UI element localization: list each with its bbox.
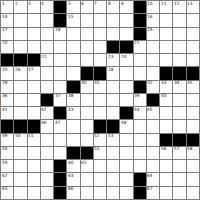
grid-cell[interactable]: 41 [1, 107, 13, 119]
grid-cell[interactable] [41, 14, 53, 26]
grid-cell[interactable] [94, 94, 106, 106]
grid-cell[interactable] [160, 54, 172, 66]
grid-cell[interactable] [107, 160, 119, 172]
grid-cell[interactable]: 9 [120, 1, 132, 13]
black-cell [54, 187, 66, 199]
black-cell [54, 160, 66, 172]
grid-cell[interactable]: 26 [14, 67, 26, 79]
grid-cell[interactable] [187, 120, 199, 132]
grid-cell[interactable]: 19 [147, 28, 159, 40]
grid-cell[interactable] [28, 173, 40, 185]
grid-cell[interactable] [14, 94, 26, 106]
black-cell [160, 67, 172, 79]
grid-cell[interactable]: 44 [134, 107, 146, 119]
grid-cell[interactable]: 54 [1, 147, 13, 159]
black-cell [28, 54, 40, 66]
clue-number: 25 [2, 67, 8, 72]
grid-cell[interactable] [160, 14, 172, 26]
grid-cell[interactable] [67, 120, 79, 132]
clue-number: 21 [134, 40, 140, 45]
black-cell [134, 187, 146, 199]
grid-cell[interactable] [187, 28, 199, 40]
grid-cell[interactable] [81, 28, 93, 40]
grid-cell[interactable]: 21 [134, 41, 146, 53]
grid-cell[interactable]: 35 [187, 81, 199, 93]
clue-number: 65 [2, 186, 8, 191]
grid-cell[interactable] [173, 28, 185, 40]
grid-cell[interactable]: 25 [1, 67, 13, 79]
grid-cell[interactable]: 22 [41, 54, 53, 66]
grid-cell[interactable] [120, 14, 132, 26]
grid-cell[interactable] [187, 107, 199, 119]
clue-number: 2 [15, 1, 18, 6]
clue-number: 36 [2, 93, 8, 98]
grid-cell[interactable]: 12 [173, 1, 185, 13]
grid-cell[interactable] [54, 41, 66, 53]
black-cell [67, 81, 79, 93]
black-cell [160, 134, 172, 146]
grid-cell[interactable] [120, 67, 132, 79]
grid-cell[interactable] [160, 187, 172, 199]
grid-cell[interactable]: 60 [67, 160, 79, 172]
grid-cell[interactable] [107, 107, 119, 119]
grid-cell[interactable] [173, 160, 185, 172]
clue-number: 20 [2, 40, 8, 45]
grid-cell[interactable] [54, 81, 66, 93]
clue-number: 60 [68, 160, 74, 165]
clue-number: 45 [147, 107, 153, 112]
clue-number: 40 [161, 93, 167, 98]
grid-cell[interactable]: 18 [54, 28, 66, 40]
clue-number: 41 [2, 107, 8, 112]
grid-cell[interactable] [41, 67, 53, 79]
grid-cell[interactable] [147, 160, 159, 172]
black-cell [94, 67, 106, 79]
grid-cell[interactable] [187, 187, 199, 199]
grid-cell[interactable] [94, 187, 106, 199]
clue-number: 54 [2, 146, 8, 151]
grid-cell[interactable]: 39 [134, 94, 146, 106]
grid-cell[interactable] [187, 94, 199, 106]
grid-cell[interactable] [41, 160, 53, 172]
grid-cell[interactable]: 6 [81, 1, 93, 13]
grid-cell[interactable]: 31 [94, 81, 106, 93]
black-cell [134, 173, 146, 185]
grid-cell[interactable]: 17 [1, 28, 13, 40]
clue-number: 12 [174, 1, 180, 6]
black-cell [81, 67, 93, 79]
grid-cell[interactable]: 33 [160, 81, 172, 93]
grid-cell[interactable] [28, 147, 40, 159]
grid-cell[interactable] [14, 107, 26, 119]
grid-cell[interactable] [187, 14, 199, 26]
grid-cell[interactable] [107, 81, 119, 93]
grid-cell[interactable] [160, 41, 172, 53]
grid-cell[interactable] [120, 187, 132, 199]
grid-cell[interactable] [28, 160, 40, 172]
crossword-grid: 1234567891011121314151617181920212223242… [0, 0, 200, 200]
grid-cell[interactable] [54, 67, 66, 79]
clue-number: 14 [2, 14, 8, 19]
grid-cell[interactable] [187, 160, 199, 172]
clue-number: 32 [147, 80, 153, 85]
black-cell [54, 107, 66, 119]
grid-cell[interactable] [107, 187, 119, 199]
black-cell [41, 94, 53, 106]
grid-cell[interactable]: 36 [1, 94, 13, 106]
clue-number: 44 [134, 107, 140, 112]
clue-number: 30 [81, 80, 87, 85]
black-cell [107, 41, 119, 53]
clue-number: 50 [15, 133, 21, 138]
grid-cell[interactable] [173, 94, 185, 106]
grid-cell[interactable]: 30 [81, 81, 93, 93]
grid-cell[interactable]: 40 [160, 94, 172, 106]
grid-cell[interactable]: 46 [41, 120, 53, 132]
grid-cell[interactable] [41, 41, 53, 53]
clue-number: 22 [41, 54, 47, 59]
grid-cell[interactable] [147, 67, 159, 79]
grid-cell[interactable] [94, 41, 106, 53]
clue-number: 48 [121, 120, 127, 125]
clue-number: 3 [28, 1, 31, 6]
black-cell [54, 14, 66, 26]
clue-number: 42 [41, 107, 47, 112]
black-cell [134, 14, 146, 26]
clue-number: 38 [68, 93, 74, 98]
grid-cell[interactable]: 52 [94, 134, 106, 146]
grid-cell[interactable] [14, 160, 26, 172]
grid-cell[interactable]: 63 [67, 173, 79, 185]
grid-cell[interactable]: 32 [147, 81, 159, 93]
grid-cell[interactable] [173, 173, 185, 185]
grid-cell[interactable] [134, 134, 146, 146]
grid-cell[interactable]: 67 [147, 187, 159, 199]
grid-cell[interactable] [81, 14, 93, 26]
grid-cell[interactable] [41, 81, 53, 93]
black-cell [187, 67, 199, 79]
grid-cell[interactable] [173, 14, 185, 26]
grid-cell[interactable]: 27 [28, 67, 40, 79]
grid-cell[interactable]: 29 [1, 81, 13, 93]
grid-cell[interactable] [173, 187, 185, 199]
black-cell [67, 147, 79, 159]
clue-number: 5 [68, 1, 71, 6]
clue-number: 37 [55, 93, 61, 98]
grid-cell[interactable]: 23 [107, 54, 119, 66]
grid-cell[interactable] [67, 67, 79, 79]
grid-cell[interactable]: 15 [67, 14, 79, 26]
clue-number: 66 [68, 186, 74, 191]
clue-number: 53 [108, 133, 114, 138]
clue-number: 27 [28, 67, 34, 72]
grid-cell[interactable] [120, 147, 132, 159]
grid-cell[interactable] [120, 28, 132, 40]
clue-number: 16 [147, 14, 153, 19]
grid-cell[interactable] [94, 160, 106, 172]
black-cell [173, 134, 185, 146]
grid-cell[interactable] [173, 54, 185, 66]
clue-number: 1 [2, 1, 5, 6]
grid-cell[interactable] [14, 81, 26, 93]
grid-cell[interactable] [81, 54, 93, 66]
grid-cell[interactable]: 24 [120, 54, 132, 66]
grid-cell[interactable] [28, 81, 40, 93]
clue-number: 10 [147, 1, 153, 6]
grid-cell[interactable]: 45 [147, 107, 159, 119]
grid-cell[interactable] [94, 107, 106, 119]
grid-cell[interactable] [147, 54, 159, 66]
clue-number: 46 [41, 120, 47, 125]
black-cell [1, 120, 13, 132]
grid-cell[interactable]: 55 [94, 147, 106, 159]
grid-cell[interactable] [28, 14, 40, 26]
grid-cell[interactable] [173, 120, 185, 132]
grid-cell[interactable] [147, 147, 159, 159]
clue-number: 59 [2, 160, 8, 165]
grid-cell[interactable] [120, 134, 132, 146]
grid-cell[interactable] [173, 107, 185, 119]
clue-number: 43 [68, 107, 74, 112]
clue-number: 34 [174, 80, 180, 85]
black-cell [107, 120, 119, 132]
grid-cell[interactable]: 64 [147, 173, 159, 185]
grid-cell[interactable]: 34 [173, 81, 185, 93]
grid-cell[interactable] [41, 187, 53, 199]
grid-cell[interactable] [14, 187, 26, 199]
clue-number: 51 [28, 133, 34, 138]
grid-cell[interactable] [14, 41, 26, 53]
clue-number: 7 [94, 1, 97, 6]
black-cell [81, 147, 93, 159]
black-cell [28, 120, 40, 132]
grid-cell[interactable]: 59 [1, 160, 13, 172]
black-cell [54, 173, 66, 185]
black-cell [134, 28, 146, 40]
clue-number: 58 [187, 146, 193, 151]
grid-cell[interactable] [67, 41, 79, 53]
clue-number: 4 [41, 1, 44, 6]
grid-cell[interactable] [28, 187, 40, 199]
grid-cell[interactable] [187, 41, 199, 53]
grid-cell[interactable] [67, 134, 79, 146]
grid-cell[interactable]: 7 [94, 1, 106, 13]
clue-number: 47 [55, 120, 61, 125]
black-cell [173, 67, 185, 79]
grid-cell[interactable]: 62 [1, 173, 13, 185]
clue-number: 18 [55, 27, 61, 32]
grid-cell[interactable] [160, 173, 172, 185]
grid-cell[interactable] [120, 160, 132, 172]
black-cell [134, 81, 146, 93]
clue-number: 55 [94, 146, 100, 151]
grid-cell[interactable]: 38 [67, 94, 79, 106]
grid-cell[interactable] [28, 41, 40, 53]
grid-cell[interactable]: 5 [67, 1, 79, 13]
black-cell [54, 1, 66, 13]
clue-number: 56 [161, 146, 167, 151]
grid-cell[interactable] [54, 147, 66, 159]
clue-number: 67 [147, 186, 153, 191]
grid-cell[interactable] [41, 147, 53, 159]
grid-cell[interactable] [187, 173, 199, 185]
black-cell [187, 134, 199, 146]
grid-cell[interactable] [94, 28, 106, 40]
grid-cell[interactable]: 11 [160, 1, 172, 13]
black-cell [14, 54, 26, 66]
clue-number: 35 [187, 80, 193, 85]
grid-cell[interactable] [81, 173, 93, 185]
grid-cell[interactable] [28, 107, 40, 119]
grid-cell[interactable] [107, 14, 119, 26]
grid-cell[interactable]: 47 [54, 120, 66, 132]
clue-number: 8 [108, 1, 111, 6]
grid-cell[interactable] [28, 28, 40, 40]
clue-number: 28 [108, 67, 114, 72]
clue-number: 9 [121, 1, 124, 6]
clue-number: 29 [2, 80, 8, 85]
clue-number: 26 [15, 67, 21, 72]
black-cell [14, 120, 26, 132]
black-cell [1, 54, 13, 66]
grid-cell[interactable] [120, 81, 132, 93]
grid-cell[interactable] [147, 120, 159, 132]
clue-number: 11 [161, 1, 167, 6]
grid-cell[interactable]: 16 [147, 14, 159, 26]
grid-cell[interactable]: 49 [1, 134, 13, 146]
grid-cell[interactable] [160, 107, 172, 119]
grid-cell[interactable]: 20 [1, 41, 13, 53]
grid-cell[interactable]: 14 [1, 14, 13, 26]
clue-number: 17 [2, 27, 8, 32]
grid-cell[interactable] [120, 173, 132, 185]
grid-cell[interactable]: 13 [187, 1, 199, 13]
grid-cell[interactable]: 65 [1, 187, 13, 199]
clue-number: 62 [2, 173, 8, 178]
grid-cell[interactable] [14, 28, 26, 40]
grid-cell[interactable] [134, 160, 146, 172]
grid-cell[interactable] [67, 54, 79, 66]
grid-cell[interactable]: 58 [187, 147, 199, 159]
clue-number: 52 [94, 133, 100, 138]
grid-cell[interactable] [134, 120, 146, 132]
grid-cell[interactable] [147, 41, 159, 53]
clue-number: 64 [147, 173, 153, 178]
grid-cell[interactable] [160, 160, 172, 172]
grid-cell[interactable] [107, 94, 119, 106]
grid-cell[interactable] [107, 147, 119, 159]
grid-cell[interactable] [107, 173, 119, 185]
grid-cell[interactable] [160, 120, 172, 132]
grid-cell[interactable]: 66 [67, 187, 79, 199]
grid-cell[interactable] [134, 67, 146, 79]
grid-cell[interactable]: 53 [107, 134, 119, 146]
clue-number: 19 [147, 27, 153, 32]
grid-cell[interactable] [94, 14, 106, 26]
grid-cell[interactable] [120, 94, 132, 106]
grid-cell[interactable] [54, 134, 66, 146]
grid-cell[interactable] [81, 134, 93, 146]
grid-cell[interactable] [41, 134, 53, 146]
grid-cell[interactable]: 42 [41, 107, 53, 119]
grid-cell[interactable] [14, 14, 26, 26]
grid-cell[interactable]: 28 [107, 67, 119, 79]
grid-cell[interactable] [107, 28, 119, 40]
grid-cell[interactable] [134, 54, 146, 66]
grid-cell[interactable] [54, 54, 66, 66]
clue-number: 49 [2, 133, 8, 138]
grid-cell[interactable]: 4 [41, 1, 53, 13]
grid-cell[interactable] [67, 28, 79, 40]
grid-cell[interactable]: 57 [173, 147, 185, 159]
grid-cell[interactable]: 56 [160, 147, 172, 159]
clue-number: 61 [81, 160, 87, 165]
clue-number: 23 [108, 54, 114, 59]
grid-cell[interactable] [14, 147, 26, 159]
grid-cell[interactable] [94, 54, 106, 66]
clue-number: 13 [187, 1, 193, 6]
grid-cell[interactable] [14, 173, 26, 185]
clue-number: 33 [161, 80, 167, 85]
clue-number: 31 [94, 80, 100, 85]
grid-cell[interactable] [94, 173, 106, 185]
grid-cell[interactable] [28, 94, 40, 106]
grid-cell[interactable] [147, 134, 159, 146]
grid-cell[interactable]: 8 [107, 1, 119, 13]
clue-number: 24 [121, 54, 127, 59]
black-cell [94, 120, 106, 132]
grid-cell[interactable]: 3 [28, 1, 40, 13]
grid-cell[interactable] [81, 107, 93, 119]
black-cell [134, 1, 146, 13]
grid-cell[interactable] [173, 41, 185, 53]
grid-cell[interactable]: 48 [120, 120, 132, 132]
grid-cell[interactable] [81, 94, 93, 106]
clue-number: 57 [174, 146, 180, 151]
grid-cell[interactable] [134, 147, 146, 159]
black-cell [120, 107, 132, 119]
grid-cell[interactable]: 43 [67, 107, 79, 119]
grid-cell[interactable]: 2 [14, 1, 26, 13]
grid-cell[interactable] [160, 28, 172, 40]
grid-cell[interactable] [81, 120, 93, 132]
clue-number: 63 [68, 173, 74, 178]
grid-cell[interactable]: 50 [14, 134, 26, 146]
black-cell [147, 94, 159, 106]
grid-cell[interactable] [81, 41, 93, 53]
grid-cell[interactable]: 51 [28, 134, 40, 146]
grid-cell[interactable] [81, 187, 93, 199]
grid-cell[interactable]: 37 [54, 94, 66, 106]
grid-cell[interactable]: 1 [1, 1, 13, 13]
black-cell [120, 41, 132, 53]
grid-cell[interactable] [41, 173, 53, 185]
grid-cell[interactable]: 10 [147, 1, 159, 13]
clue-number: 15 [68, 14, 74, 19]
grid-cell[interactable] [187, 54, 199, 66]
clue-number: 39 [134, 93, 140, 98]
clue-number: 6 [81, 1, 84, 6]
grid-cell[interactable]: 61 [81, 160, 93, 172]
grid-cell[interactable] [41, 28, 53, 40]
